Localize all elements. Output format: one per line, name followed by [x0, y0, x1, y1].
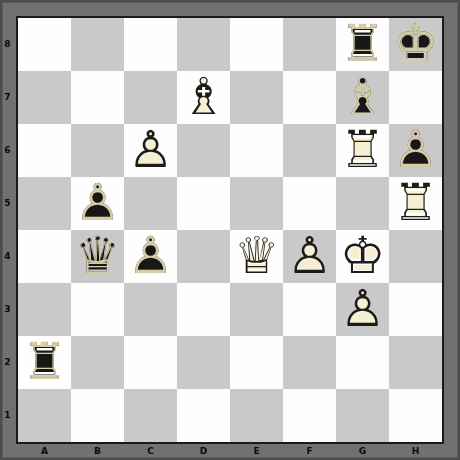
piece-outline-glyph: ♕	[71, 230, 124, 283]
piece-outline-glyph: ♙	[71, 177, 124, 230]
file-label-b: B	[71, 443, 124, 460]
square-d7[interactable]: ♝♗	[177, 71, 230, 124]
rank-label-5: 5	[0, 177, 15, 230]
square-g4[interactable]: ♚♔	[336, 230, 389, 283]
square-a8[interactable]	[18, 18, 71, 71]
file-label-a: A	[18, 443, 71, 460]
square-a6[interactable]	[18, 124, 71, 177]
rank-label-7: 7	[0, 71, 15, 124]
file-label-d: D	[177, 443, 230, 460]
square-h8[interactable]: ♚♔	[389, 18, 442, 71]
square-e2[interactable]	[230, 336, 283, 389]
piece-black-king[interactable]: ♚♔	[389, 18, 442, 71]
piece-fill-glyph: ♚	[336, 230, 389, 283]
file-label-c: C	[124, 443, 177, 460]
square-b1[interactable]	[71, 389, 124, 442]
square-g6[interactable]: ♜♖	[336, 124, 389, 177]
square-a4[interactable]	[18, 230, 71, 283]
square-b5[interactable]: ♟♙	[71, 177, 124, 230]
piece-outline-glyph: ♖	[336, 124, 389, 177]
piece-outline-glyph: ♙	[389, 124, 442, 177]
piece-fill-glyph: ♟	[389, 124, 442, 177]
square-f2[interactable]	[283, 336, 336, 389]
square-h6[interactable]: ♟♙	[389, 124, 442, 177]
piece-fill-glyph: ♟	[336, 283, 389, 336]
square-e5[interactable]	[230, 177, 283, 230]
piece-white-rook[interactable]: ♜♖	[389, 177, 442, 230]
square-h2[interactable]	[389, 336, 442, 389]
rank-label-8: 8	[0, 18, 15, 71]
piece-white-bishop[interactable]: ♝♗	[177, 71, 230, 124]
piece-black-rook[interactable]: ♜♖	[336, 18, 389, 71]
square-h5[interactable]: ♜♖	[389, 177, 442, 230]
piece-black-bishop[interactable]: ♝♗	[336, 71, 389, 124]
square-e4[interactable]: ♛♕	[230, 230, 283, 283]
square-g3[interactable]: ♟♙	[336, 283, 389, 336]
piece-outline-glyph: ♕	[230, 230, 283, 283]
rank-label-6: 6	[0, 124, 15, 177]
piece-fill-glyph: ♜	[336, 18, 389, 71]
piece-outline-glyph: ♔	[389, 18, 442, 71]
piece-fill-glyph: ♟	[71, 177, 124, 230]
square-d2[interactable]	[177, 336, 230, 389]
square-c6[interactable]: ♟♙	[124, 124, 177, 177]
square-d6[interactable]	[177, 124, 230, 177]
piece-outline-glyph: ♙	[124, 230, 177, 283]
rank-label-3: 3	[0, 283, 15, 336]
square-f7[interactable]	[283, 71, 336, 124]
square-g7[interactable]: ♝♗	[336, 71, 389, 124]
square-d3[interactable]	[177, 283, 230, 336]
file-label-e: E	[230, 443, 283, 460]
board: ♜♖♚♔♝♗♝♗♟♙♜♖♟♙♟♙♜♖♛♕♟♙♛♕♟♙♚♔♟♙♜♖	[16, 16, 444, 444]
square-h7[interactable]	[389, 71, 442, 124]
piece-white-pawn[interactable]: ♟♙	[336, 283, 389, 336]
square-b7[interactable]	[71, 71, 124, 124]
square-c8[interactable]	[124, 18, 177, 71]
file-label-f: F	[283, 443, 336, 460]
piece-fill-glyph: ♜	[336, 124, 389, 177]
square-c2[interactable]	[124, 336, 177, 389]
piece-outline-glyph: ♙	[124, 124, 177, 177]
piece-black-queen[interactable]: ♛♕	[71, 230, 124, 283]
square-f1[interactable]	[283, 389, 336, 442]
square-c7[interactable]	[124, 71, 177, 124]
piece-outline-glyph: ♖	[18, 336, 71, 389]
piece-outline-glyph: ♗	[177, 71, 230, 124]
piece-fill-glyph: ♚	[389, 18, 442, 71]
square-h3[interactable]	[389, 283, 442, 336]
piece-fill-glyph: ♟	[124, 230, 177, 283]
square-b4[interactable]: ♛♕	[71, 230, 124, 283]
piece-fill-glyph: ♝	[336, 71, 389, 124]
square-f6[interactable]	[283, 124, 336, 177]
piece-fill-glyph: ♜	[18, 336, 71, 389]
piece-black-rook[interactable]: ♜♖	[18, 336, 71, 389]
piece-outline-glyph: ♗	[336, 71, 389, 124]
square-d8[interactable]	[177, 18, 230, 71]
square-e3[interactable]	[230, 283, 283, 336]
square-a1[interactable]	[18, 389, 71, 442]
piece-outline-glyph: ♙	[283, 230, 336, 283]
piece-outline-glyph: ♔	[336, 230, 389, 283]
square-a7[interactable]	[18, 71, 71, 124]
piece-black-pawn[interactable]: ♟♙	[389, 124, 442, 177]
square-f3[interactable]	[283, 283, 336, 336]
rank-label-2: 2	[0, 336, 15, 389]
square-g5[interactable]	[336, 177, 389, 230]
square-b2[interactable]	[71, 336, 124, 389]
square-a2[interactable]: ♜♖	[18, 336, 71, 389]
square-c4[interactable]: ♟♙	[124, 230, 177, 283]
square-d1[interactable]	[177, 389, 230, 442]
square-h4[interactable]	[389, 230, 442, 283]
square-a3[interactable]	[18, 283, 71, 336]
square-f8[interactable]	[283, 18, 336, 71]
piece-white-pawn[interactable]: ♟♙	[124, 124, 177, 177]
piece-fill-glyph: ♝	[177, 71, 230, 124]
square-c5[interactable]	[124, 177, 177, 230]
piece-outline-glyph: ♙	[336, 283, 389, 336]
rank-label-4: 4	[0, 230, 15, 283]
piece-fill-glyph: ♜	[389, 177, 442, 230]
square-g1[interactable]	[336, 389, 389, 442]
rank-label-1: 1	[0, 389, 15, 442]
square-c3[interactable]	[124, 283, 177, 336]
square-e8[interactable]	[230, 18, 283, 71]
square-h1[interactable]	[389, 389, 442, 442]
square-b8[interactable]	[71, 18, 124, 71]
square-g8[interactable]: ♜♖	[336, 18, 389, 71]
file-label-h: H	[389, 443, 442, 460]
piece-fill-glyph: ♟	[283, 230, 336, 283]
square-b6[interactable]	[71, 124, 124, 177]
piece-outline-glyph: ♖	[389, 177, 442, 230]
piece-white-queen[interactable]: ♛♕	[230, 230, 283, 283]
square-e6[interactable]	[230, 124, 283, 177]
square-f4[interactable]: ♟♙	[283, 230, 336, 283]
piece-fill-glyph: ♛	[71, 230, 124, 283]
file-label-g: G	[336, 443, 389, 460]
square-f5[interactable]	[283, 177, 336, 230]
square-d5[interactable]	[177, 177, 230, 230]
square-d4[interactable]	[177, 230, 230, 283]
square-g2[interactable]	[336, 336, 389, 389]
square-c1[interactable]	[124, 389, 177, 442]
piece-fill-glyph: ♟	[124, 124, 177, 177]
square-e1[interactable]	[230, 389, 283, 442]
piece-white-pawn[interactable]: ♟♙	[283, 230, 336, 283]
piece-fill-glyph: ♛	[230, 230, 283, 283]
square-b3[interactable]	[71, 283, 124, 336]
piece-white-rook[interactable]: ♜♖	[336, 124, 389, 177]
piece-white-king[interactable]: ♚♔	[336, 230, 389, 283]
piece-black-pawn[interactable]: ♟♙	[71, 177, 124, 230]
piece-black-pawn[interactable]: ♟♙	[124, 230, 177, 283]
chess-board-frame: ♜♖♚♔♝♗♝♗♟♙♜♖♟♙♟♙♜♖♛♕♟♙♛♕♟♙♚♔♟♙♜♖ 8765432…	[0, 0, 460, 460]
piece-outline-glyph: ♖	[336, 18, 389, 71]
square-a5[interactable]	[18, 177, 71, 230]
square-e7[interactable]	[230, 71, 283, 124]
